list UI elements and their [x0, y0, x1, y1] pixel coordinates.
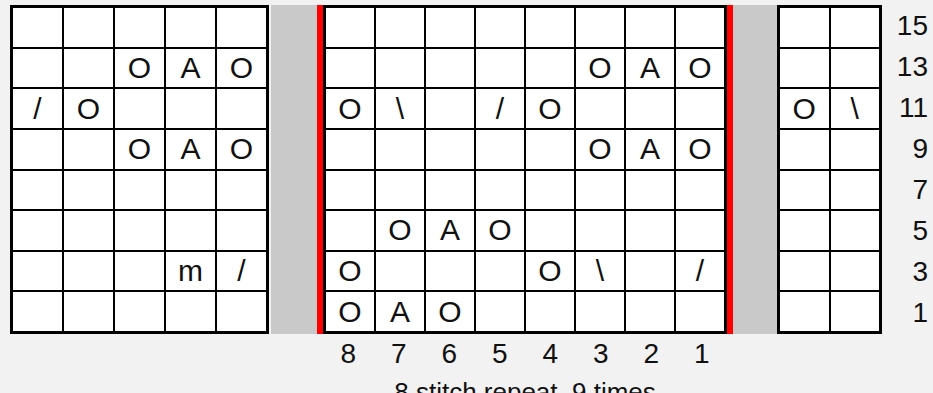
right-edge-grid-cell-r7-c1 — [780, 171, 829, 210]
repeat-grid-cell-r15-c2 — [376, 8, 424, 47]
repeat-grid-cell-r9-c8: O — [676, 130, 724, 169]
right-edge-grid-cell-r1-c2 — [831, 292, 880, 331]
repeat-grid-cell-r5-c6 — [576, 211, 624, 250]
repeat-grid-cell-r9-c2 — [376, 130, 424, 169]
left-edge-grid-cell-r9-c3: O — [115, 130, 164, 169]
repeat-grid-cell-r13-c2 — [376, 49, 424, 88]
repeat-grid-cell-r3-c8: / — [676, 252, 724, 291]
repeat-grid-cell-r5-c1 — [326, 211, 374, 250]
repeat-grid-cell-r15-c7 — [626, 8, 674, 47]
left-edge-grid-cell-r13-c1 — [13, 49, 62, 88]
left-edge-grid-cell-r5-c4 — [166, 211, 215, 250]
left-edge-grid-cell-r1-c3 — [115, 292, 164, 331]
repeat-grid-cell-r9-c5 — [526, 130, 574, 169]
repeat-grid: OAOO\/OOAOOAOOO\/OAO — [323, 5, 727, 334]
row-number-3: 3 — [884, 252, 928, 293]
left-edge-grid-cell-r7-c1 — [13, 171, 62, 210]
right-edge-grid-cell-r9-c1 — [780, 130, 829, 169]
row-number-9: 9 — [884, 128, 928, 169]
repeat-grid-cell-r5-c7 — [626, 211, 674, 250]
column-number-4: 4 — [525, 337, 576, 371]
repeat-grid-cell-r11-c2: \ — [376, 89, 424, 128]
left-edge-grid-cell-r1-c4 — [166, 292, 215, 331]
left-edge-grid-cell-r13-c4: A — [166, 49, 215, 88]
repeat-grid-cell-r13-c7: A — [626, 49, 674, 88]
right-edge-grid-cell-r13-c1 — [780, 49, 829, 88]
left-edge-grid-cell-r11-c5 — [217, 89, 266, 128]
repeat-grid-cell-r7-c6 — [576, 171, 624, 210]
repeat-grid-cell-r13-c6: O — [576, 49, 624, 88]
left-edge-grid-cell-r5-c2 — [64, 211, 113, 250]
right-edge-grid-cell-r13-c2 — [831, 49, 880, 88]
repeat-grid-cell-r15-c3 — [426, 8, 474, 47]
right-edge-grid-cell-r7-c2 — [831, 171, 880, 210]
repeat-grid-cell-r15-c1 — [326, 8, 374, 47]
repeat-grid-cell-r5-c3: A — [426, 211, 474, 250]
left-edge-grid-cell-r1-c2 — [64, 292, 113, 331]
repeat-grid-cell-r11-c7 — [626, 89, 674, 128]
left-edge-grid-cell-r7-c2 — [64, 171, 113, 210]
column-number-3: 3 — [576, 337, 627, 371]
left-edge-grid-cell-r15-c2 — [64, 8, 113, 47]
repeat-grid-cell-r15-c8 — [676, 8, 724, 47]
right-edge-grid-cell-r5-c1 — [780, 211, 829, 250]
right-edge-grid-cell-r3-c2 — [831, 252, 880, 291]
repeat-grid-cell-r5-c8 — [676, 211, 724, 250]
repeat-grid-cell-r13-c4 — [476, 49, 524, 88]
row-number-11: 11 — [884, 87, 928, 128]
left-edge-grid-cell-r3-c4: m — [166, 252, 215, 291]
left-edge-grid-cell-r3-c2 — [64, 252, 113, 291]
repeat-grid-cell-r9-c3 — [426, 130, 474, 169]
left-edge-grid-cell-r5-c3 — [115, 211, 164, 250]
column-number-8: 8 — [323, 337, 374, 371]
repeat-grid-cell-r11-c3 — [426, 89, 474, 128]
repeat-grid-cell-r9-c1 — [326, 130, 374, 169]
left-edge-grid-cell-r7-c5 — [217, 171, 266, 210]
repeat-grid-cell-r11-c6 — [576, 89, 624, 128]
row-number-15: 15 — [884, 5, 928, 46]
left-edge-grid-cell-r9-c1 — [13, 130, 62, 169]
right-edge-grid-cell-r3-c1 — [780, 252, 829, 291]
repeat-grid-cell-r11-c4: / — [476, 89, 524, 128]
left-edge-grid-cell-r15-c3 — [115, 8, 164, 47]
right-edge-grid-cell-r15-c1 — [780, 8, 829, 47]
row-numbers: 15131197531 — [884, 5, 928, 334]
repeat-grid-cell-r3-c5: O — [526, 252, 574, 291]
left-edge-grid-cell-r15-c5 — [217, 8, 266, 47]
left-edge-grid-cell-r15-c4 — [166, 8, 215, 47]
repeat-grid-cell-r13-c8: O — [676, 49, 724, 88]
repeat-grid-cell-r7-c2 — [376, 171, 424, 210]
right-edge-grid-cell-r1-c1 — [780, 292, 829, 331]
right-edge-grid-cell-r9-c2 — [831, 130, 880, 169]
left-edge-grid-cell-r13-c3: O — [115, 49, 164, 88]
repeat-grid-cell-r15-c6 — [576, 8, 624, 47]
left-edge-grid-cell-r11-c3 — [115, 89, 164, 128]
repeat-caption: 8 stitch repeat, 9 times — [263, 379, 787, 393]
spacer-band-right — [733, 5, 777, 334]
left-edge-grid-cell-r3-c1 — [13, 252, 62, 291]
repeat-grid-cell-r5-c4: O — [476, 211, 524, 250]
repeat-grid-cell-r3-c2 — [376, 252, 424, 291]
row-number-13: 13 — [884, 46, 928, 87]
repeat-grid-cell-r1-c7 — [626, 292, 674, 331]
left-edge-grid-cell-r13-c2 — [64, 49, 113, 88]
repeat-grid-cell-r1-c5 — [526, 292, 574, 331]
repeat-grid-cell-r1-c1: O — [326, 292, 374, 331]
repeat-grid-cell-r7-c4 — [476, 171, 524, 210]
repeat-grid-cell-r7-c3 — [426, 171, 474, 210]
repeat-grid-cell-r13-c5 — [526, 49, 574, 88]
repeat-grid-cell-r1-c2: A — [376, 292, 424, 331]
left-edge-grid-cell-r9-c4: A — [166, 130, 215, 169]
repeat-grid-cell-r11-c1: O — [326, 89, 374, 128]
repeat-grid-cell-r13-c3 — [426, 49, 474, 88]
left-edge-grid-cell-r9-c2 — [64, 130, 113, 169]
repeat-grid-cell-r7-c8 — [676, 171, 724, 210]
repeat-grid-cell-r3-c3 — [426, 252, 474, 291]
left-edge-grid-cell-r1-c1 — [13, 292, 62, 331]
column-number-6: 6 — [424, 337, 475, 371]
right-edge-grid-cell-r5-c2 — [831, 211, 880, 250]
left-edge-grid-cell-r3-c5: / — [217, 252, 266, 291]
repeat-grid-cell-r15-c4 — [476, 8, 524, 47]
repeat-grid-cell-r11-c8 — [676, 89, 724, 128]
right-edge-grid: O\ — [777, 5, 882, 334]
row-number-7: 7 — [884, 170, 928, 211]
column-number-7: 7 — [374, 337, 425, 371]
repeat-grid-cell-r3-c7 — [626, 252, 674, 291]
left-edge-grid-cell-r7-c3 — [115, 171, 164, 210]
left-edge-grid-cell-r1-c5 — [217, 292, 266, 331]
right-edge-grid-cell-r11-c1: O — [780, 89, 829, 128]
repeat-grid-cell-r1-c3: O — [426, 292, 474, 331]
right-edge-grid-cell-r15-c2 — [831, 8, 880, 47]
row-number-1: 1 — [884, 293, 928, 334]
repeat-grid-cell-r7-c7 — [626, 171, 674, 210]
column-number-1: 1 — [677, 337, 728, 371]
repeat-grid-cell-r13-c1 — [326, 49, 374, 88]
repeat-grid-cell-r1-c6 — [576, 292, 624, 331]
repeat-grid-cell-r1-c4 — [476, 292, 524, 331]
repeat-grid-cell-r1-c8 — [676, 292, 724, 331]
left-edge-grid-cell-r5-c1 — [13, 211, 62, 250]
left-edge-grid-cell-r11-c4 — [166, 89, 215, 128]
repeat-grid-cell-r5-c2: O — [376, 211, 424, 250]
repeat-grid-cell-r3-c4 — [476, 252, 524, 291]
repeat-grid-cell-r9-c7: A — [626, 130, 674, 169]
column-number-2: 2 — [626, 337, 677, 371]
left-edge-grid-cell-r5-c5 — [217, 211, 266, 250]
repeat-grid-cell-r3-c1: O — [326, 252, 374, 291]
repeat-grid-cell-r3-c6: \ — [576, 252, 624, 291]
repeat-grid-cell-r15-c5 — [526, 8, 574, 47]
left-edge-grid-cell-r11-c2: O — [64, 89, 113, 128]
right-edge-grid-cell-r11-c2: \ — [831, 89, 880, 128]
repeat-grid-cell-r7-c5 — [526, 171, 574, 210]
left-edge-grid: OAO/OOAOm/ — [10, 5, 269, 334]
column-number-5: 5 — [475, 337, 526, 371]
repeat-grid-cell-r7-c1 — [326, 171, 374, 210]
left-edge-grid-cell-r13-c5: O — [217, 49, 266, 88]
repeat-grid-cell-r9-c6: O — [576, 130, 624, 169]
repeat-grid-cell-r11-c5: O — [526, 89, 574, 128]
spacer-band-left — [271, 5, 317, 334]
left-edge-grid-cell-r9-c5: O — [217, 130, 266, 169]
left-edge-grid-cell-r7-c4 — [166, 171, 215, 210]
repeat-grid-cell-r9-c4 — [476, 130, 524, 169]
repeat-grid-cell-r5-c5 — [526, 211, 574, 250]
left-edge-grid-cell-r15-c1 — [13, 8, 62, 47]
knitting-chart: OAO/OOAOm/ OAOO\/OOAOOAOOO\/OAO O\ 15131… — [0, 0, 933, 393]
row-number-5: 5 — [884, 211, 928, 252]
left-edge-grid-cell-r3-c3 — [115, 252, 164, 291]
left-edge-grid-cell-r11-c1: / — [13, 89, 62, 128]
column-numbers: 87654321 — [323, 337, 727, 371]
